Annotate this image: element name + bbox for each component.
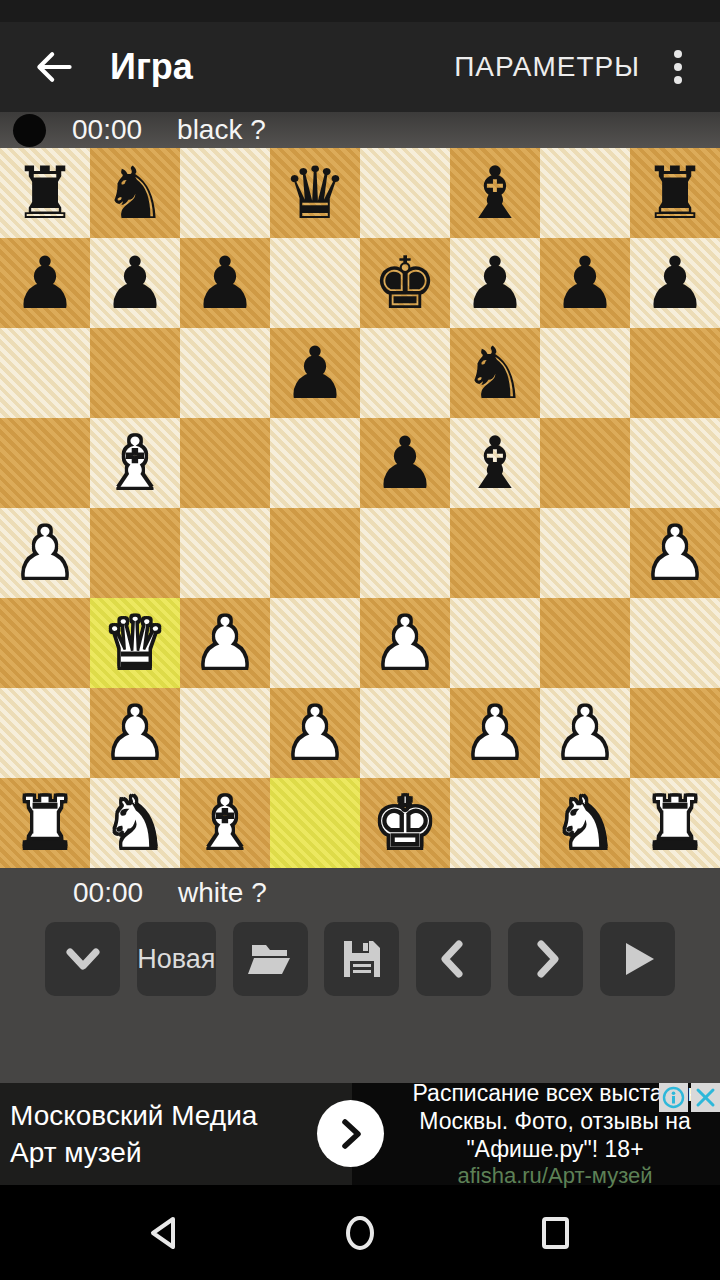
square-b4[interactable] xyxy=(90,508,180,598)
overflow-menu-button[interactable] xyxy=(654,41,702,93)
ad-cta-button[interactable] xyxy=(317,1100,384,1167)
recents-square-icon xyxy=(538,1215,574,1251)
piece-black-pawn: ♟ xyxy=(90,238,180,328)
black-turn-dot-icon xyxy=(13,114,46,147)
square-a2[interactable] xyxy=(0,688,90,778)
square-g5[interactable] xyxy=(540,418,630,508)
square-g6[interactable] xyxy=(540,328,630,418)
open-button[interactable] xyxy=(233,922,308,996)
collapse-button[interactable] xyxy=(45,922,120,996)
square-g2[interactable]: ♟ xyxy=(540,688,630,778)
square-e8[interactable] xyxy=(360,148,450,238)
new-game-label: Новая xyxy=(137,944,215,975)
piece-white-pawn: ♟ xyxy=(540,688,630,778)
toolbar: Новая xyxy=(0,912,720,996)
piece-white-knight: ♞ xyxy=(540,778,630,868)
white-player-label: white ? xyxy=(178,877,267,909)
square-c4[interactable] xyxy=(180,508,270,598)
play-button[interactable] xyxy=(600,922,675,996)
square-c6[interactable] xyxy=(180,328,270,418)
play-icon xyxy=(615,937,659,981)
square-e5[interactable]: ♟ xyxy=(360,418,450,508)
square-b5[interactable]: ♝ xyxy=(90,418,180,508)
ad-link[interactable]: afisha.ru/Арт-музей xyxy=(457,1163,652,1189)
chevron-down-icon xyxy=(59,935,107,983)
square-d5[interactable] xyxy=(270,418,360,508)
black-clock-row: 00:00 black ? xyxy=(0,112,720,148)
back-arrow-icon xyxy=(32,45,76,89)
square-b3[interactable]: ♛ xyxy=(90,598,180,688)
square-g3[interactable] xyxy=(540,598,630,688)
square-a5[interactable] xyxy=(0,418,90,508)
square-a6[interactable] xyxy=(0,328,90,418)
piece-black-pawn: ♟ xyxy=(450,238,540,328)
square-d4[interactable] xyxy=(270,508,360,598)
black-player-label: black ? xyxy=(177,114,266,146)
square-h2[interactable] xyxy=(630,688,720,778)
piece-black-knight: ♞ xyxy=(90,148,180,238)
square-f4[interactable] xyxy=(450,508,540,598)
square-d8[interactable]: ♛ xyxy=(270,148,360,238)
ad-title-line2: Арт музей xyxy=(10,1134,352,1171)
square-g1[interactable]: ♞ xyxy=(540,778,630,868)
chevron-left-icon xyxy=(430,935,478,983)
piece-white-bishop: ♝ xyxy=(180,778,270,868)
square-c8[interactable] xyxy=(180,148,270,238)
piece-black-pawn: ♟ xyxy=(180,238,270,328)
piece-black-king: ♚ xyxy=(360,238,450,328)
black-clock-time: 00:00 xyxy=(72,114,142,146)
piece-white-bishop: ♝ xyxy=(90,418,180,508)
piece-white-queen: ♛ xyxy=(90,598,180,688)
piece-white-pawn: ♟ xyxy=(450,688,540,778)
square-h4[interactable]: ♟ xyxy=(630,508,720,598)
square-e6[interactable] xyxy=(360,328,450,418)
square-g8[interactable] xyxy=(540,148,630,238)
chess-app-screen: Игра ПАРАМЕТРЫ 00:00 black ? ♜♞♛♝♜♟♟♟♚♟♟… xyxy=(0,0,720,1280)
square-e2[interactable] xyxy=(360,688,450,778)
square-b6[interactable] xyxy=(90,328,180,418)
square-d2[interactable]: ♟ xyxy=(270,688,360,778)
adchoices-info-icon xyxy=(661,1085,686,1110)
square-c7[interactable]: ♟ xyxy=(180,238,270,328)
square-a7[interactable]: ♟ xyxy=(0,238,90,328)
square-c2[interactable] xyxy=(180,688,270,778)
back-triangle-icon xyxy=(146,1215,182,1251)
square-g4[interactable] xyxy=(540,508,630,598)
piece-white-king: ♚ xyxy=(360,778,450,868)
square-d6[interactable]: ♟ xyxy=(270,328,360,418)
square-c1[interactable]: ♝ xyxy=(180,778,270,868)
square-c5[interactable] xyxy=(180,418,270,508)
chevron-right-icon xyxy=(331,1114,371,1154)
piece-black-knight: ♞ xyxy=(450,328,540,418)
new-game-button[interactable]: Новая xyxy=(137,922,216,996)
nav-recents-button[interactable] xyxy=(534,1211,578,1255)
close-icon xyxy=(693,1085,718,1110)
square-f2[interactable]: ♟ xyxy=(450,688,540,778)
android-nav-bar xyxy=(0,1185,720,1280)
nav-back-button[interactable] xyxy=(142,1211,186,1255)
square-d7[interactable] xyxy=(270,238,360,328)
square-d1[interactable] xyxy=(270,778,360,868)
ad-title-line1: Московский Медиа xyxy=(10,1097,352,1134)
white-clock-row: 00:00 white ? xyxy=(0,868,720,912)
ad-badges xyxy=(659,1083,720,1112)
move-forward-button[interactable] xyxy=(508,922,583,996)
piece-white-rook: ♜ xyxy=(0,778,90,868)
square-a3[interactable] xyxy=(0,598,90,688)
piece-white-rook: ♜ xyxy=(630,778,720,868)
square-f7[interactable]: ♟ xyxy=(450,238,540,328)
save-button[interactable] xyxy=(324,922,399,996)
square-f3[interactable] xyxy=(450,598,540,688)
piece-black-pawn: ♟ xyxy=(540,238,630,328)
parameters-button[interactable]: ПАРАМЕТРЫ xyxy=(448,41,646,93)
square-b8[interactable]: ♞ xyxy=(90,148,180,238)
square-c3[interactable]: ♟ xyxy=(180,598,270,688)
piece-black-rook: ♜ xyxy=(630,148,720,238)
folder-open-icon xyxy=(246,937,294,981)
chess-board: ♜♞♛♝♜♟♟♟♚♟♟♟♟♞♝♟♝♟♟♛♟♟♟♟♟♟♜♞♝♚♞♜ xyxy=(0,148,720,868)
square-a1[interactable]: ♜ xyxy=(0,778,90,868)
page-title: Игра xyxy=(110,46,193,88)
square-e7[interactable]: ♚ xyxy=(360,238,450,328)
piece-white-pawn: ♟ xyxy=(270,688,360,778)
piece-black-pawn: ♟ xyxy=(360,418,450,508)
piece-white-pawn: ♟ xyxy=(0,508,90,598)
square-h6[interactable] xyxy=(630,328,720,418)
piece-black-pawn: ♟ xyxy=(270,328,360,418)
square-h8[interactable]: ♜ xyxy=(630,148,720,238)
bottom-panel: 00:00 white ? Новая xyxy=(0,868,720,1083)
square-h1[interactable]: ♜ xyxy=(630,778,720,868)
home-circle-icon xyxy=(342,1215,378,1251)
chevron-right-icon xyxy=(522,935,570,983)
ad-left-block[interactable]: Московский Медиа Арт музей xyxy=(0,1083,352,1185)
piece-white-pawn: ♟ xyxy=(630,508,720,598)
white-clock-time: 00:00 xyxy=(73,877,143,909)
back-button[interactable] xyxy=(28,41,80,93)
square-e3[interactable]: ♟ xyxy=(360,598,450,688)
piece-white-pawn: ♟ xyxy=(360,598,450,688)
square-f1[interactable] xyxy=(450,778,540,868)
ad-close-button[interactable] xyxy=(691,1083,720,1112)
square-f6[interactable]: ♞ xyxy=(450,328,540,418)
action-bar: Игра ПАРАМЕТРЫ xyxy=(0,22,720,112)
piece-white-pawn: ♟ xyxy=(90,688,180,778)
square-a4[interactable]: ♟ xyxy=(0,508,90,598)
square-h5[interactable] xyxy=(630,418,720,508)
square-a8[interactable]: ♜ xyxy=(0,148,90,238)
square-d3[interactable] xyxy=(270,598,360,688)
piece-white-pawn: ♟ xyxy=(180,598,270,688)
piece-black-pawn: ♟ xyxy=(630,238,720,328)
overflow-menu-icon xyxy=(671,45,685,89)
piece-black-rook: ♜ xyxy=(0,148,90,238)
status-bar xyxy=(0,0,720,22)
piece-black-pawn: ♟ xyxy=(0,238,90,328)
piece-black-bishop: ♝ xyxy=(450,148,540,238)
ad-banner[interactable]: Московский Медиа Арт музей Расписание вс… xyxy=(0,1083,720,1185)
square-b1[interactable]: ♞ xyxy=(90,778,180,868)
adchoices-button[interactable] xyxy=(659,1083,688,1112)
square-e4[interactable] xyxy=(360,508,450,598)
square-e1[interactable]: ♚ xyxy=(360,778,450,868)
square-g7[interactable]: ♟ xyxy=(540,238,630,328)
square-b2[interactable]: ♟ xyxy=(90,688,180,778)
piece-white-knight: ♞ xyxy=(90,778,180,868)
piece-black-bishop: ♝ xyxy=(450,418,540,508)
save-icon xyxy=(340,937,384,981)
move-back-button[interactable] xyxy=(416,922,491,996)
square-h7[interactable]: ♟ xyxy=(630,238,720,328)
square-b7[interactable]: ♟ xyxy=(90,238,180,328)
square-f8[interactable]: ♝ xyxy=(450,148,540,238)
piece-black-queen: ♛ xyxy=(270,148,360,238)
square-f5[interactable]: ♝ xyxy=(450,418,540,508)
nav-home-button[interactable] xyxy=(338,1211,382,1255)
square-h3[interactable] xyxy=(630,598,720,688)
